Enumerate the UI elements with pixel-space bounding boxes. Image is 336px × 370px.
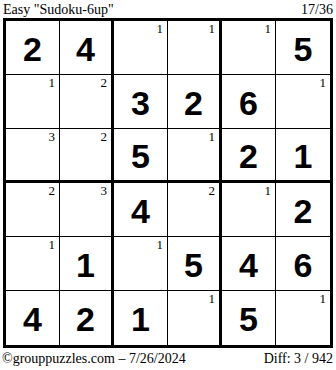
given-digit: 5 bbox=[239, 302, 258, 336]
sudoku-board: 241115123261325121234212111546421151 bbox=[3, 18, 333, 348]
given-digit: 4 bbox=[23, 302, 42, 336]
cell-r3c1[interactable]: 3 bbox=[6, 129, 60, 183]
given-digit: 2 bbox=[23, 32, 42, 66]
pencil-mark: 1 bbox=[49, 238, 56, 252]
cell-r2c5[interactable]: 6 bbox=[222, 75, 276, 129]
given-digit: 5 bbox=[131, 139, 150, 173]
cell-r4c2[interactable]: 3 bbox=[60, 183, 114, 237]
cell-r3c6[interactable]: 1 bbox=[276, 129, 330, 183]
given-digit: 2 bbox=[76, 302, 95, 336]
cell-r6c1[interactable]: 4 bbox=[6, 291, 60, 345]
cell-r6c4[interactable]: 1 bbox=[168, 291, 222, 345]
cell-r4c4[interactable]: 2 bbox=[168, 183, 222, 237]
cell-r2c4[interactable]: 2 bbox=[168, 75, 222, 129]
remaining-counter: 17/36 bbox=[301, 1, 333, 18]
pencil-mark: 1 bbox=[209, 130, 216, 144]
cell-r6c2[interactable]: 2 bbox=[60, 291, 114, 345]
cell-r2c3[interactable]: 3 bbox=[114, 75, 168, 129]
cell-r4c6[interactable]: 2 bbox=[276, 183, 330, 237]
given-digit: 1 bbox=[76, 248, 95, 282]
pencil-mark: 1 bbox=[157, 22, 164, 36]
given-digit: 4 bbox=[76, 32, 95, 66]
given-digit: 6 bbox=[294, 248, 313, 282]
cell-r1c2[interactable]: 4 bbox=[60, 21, 114, 75]
pencil-mark: 1 bbox=[265, 22, 272, 36]
given-digit: 2 bbox=[294, 194, 313, 228]
cell-r3c2[interactable]: 2 bbox=[60, 129, 114, 183]
cell-r1c4[interactable]: 1 bbox=[168, 21, 222, 75]
given-digit: 1 bbox=[131, 302, 150, 336]
cell-r5c3[interactable]: 1 bbox=[114, 237, 168, 291]
cell-r5c2[interactable]: 1 bbox=[60, 237, 114, 291]
given-digit: 5 bbox=[184, 248, 203, 282]
given-digit: 6 bbox=[239, 86, 258, 120]
cell-r1c1[interactable]: 2 bbox=[6, 21, 60, 75]
pencil-mark: 2 bbox=[101, 76, 108, 90]
puzzle-header: Easy "Sudoku-6up" 17/36 bbox=[3, 1, 333, 18]
cell-r6c5[interactable]: 5 bbox=[222, 291, 276, 345]
cell-r5c6[interactable]: 6 bbox=[276, 237, 330, 291]
difficulty-text: Diff: 3 / 942 bbox=[264, 350, 333, 367]
cell-r1c3[interactable]: 1 bbox=[114, 21, 168, 75]
given-digit: 3 bbox=[131, 86, 150, 120]
cell-r3c4[interactable]: 1 bbox=[168, 129, 222, 183]
cell-r4c5[interactable]: 1 bbox=[222, 183, 276, 237]
given-digit: 2 bbox=[184, 86, 203, 120]
cell-r3c5[interactable]: 2 bbox=[222, 129, 276, 183]
cell-r5c1[interactable]: 1 bbox=[6, 237, 60, 291]
cell-r1c6[interactable]: 5 bbox=[276, 21, 330, 75]
pencil-mark: 1 bbox=[157, 238, 164, 252]
pencil-mark: 2 bbox=[101, 130, 108, 144]
given-digit: 4 bbox=[131, 194, 150, 228]
cell-r1c5[interactable]: 1 bbox=[222, 21, 276, 75]
cell-r2c2[interactable]: 2 bbox=[60, 75, 114, 129]
pencil-mark: 3 bbox=[49, 130, 56, 144]
cell-r2c1[interactable]: 1 bbox=[6, 75, 60, 129]
cell-r2c6[interactable]: 1 bbox=[276, 75, 330, 129]
copyright-text: ©grouppuzzles.com – 7/26/2024 bbox=[2, 350, 186, 367]
given-digit: 2 bbox=[239, 139, 258, 173]
given-digit: 5 bbox=[294, 32, 313, 66]
cell-r6c6[interactable]: 1 bbox=[276, 291, 330, 345]
puzzle-page: Easy "Sudoku-6up" 17/36 2411151232613251… bbox=[0, 0, 336, 370]
given-digit: 4 bbox=[239, 248, 258, 282]
cell-r4c3[interactable]: 4 bbox=[114, 183, 168, 237]
given-digit: 1 bbox=[294, 139, 313, 173]
pencil-mark: 1 bbox=[209, 22, 216, 36]
page-title: Easy "Sudoku-6up" bbox=[3, 1, 114, 18]
pencil-mark: 1 bbox=[209, 292, 216, 306]
pencil-mark: 1 bbox=[320, 76, 327, 90]
cell-r3c3[interactable]: 5 bbox=[114, 129, 168, 183]
pencil-mark: 2 bbox=[49, 184, 56, 198]
pencil-mark: 1 bbox=[265, 184, 272, 198]
cell-r6c3[interactable]: 1 bbox=[114, 291, 168, 345]
pencil-mark: 2 bbox=[209, 184, 216, 198]
puzzle-footer: ©grouppuzzles.com – 7/26/2024 Diff: 3 / … bbox=[2, 350, 333, 367]
cell-r4c1[interactable]: 2 bbox=[6, 183, 60, 237]
pencil-mark: 3 bbox=[101, 184, 108, 198]
pencil-mark: 1 bbox=[49, 76, 56, 90]
cell-r5c5[interactable]: 4 bbox=[222, 237, 276, 291]
cell-r5c4[interactable]: 5 bbox=[168, 237, 222, 291]
pencil-mark: 1 bbox=[320, 292, 327, 306]
